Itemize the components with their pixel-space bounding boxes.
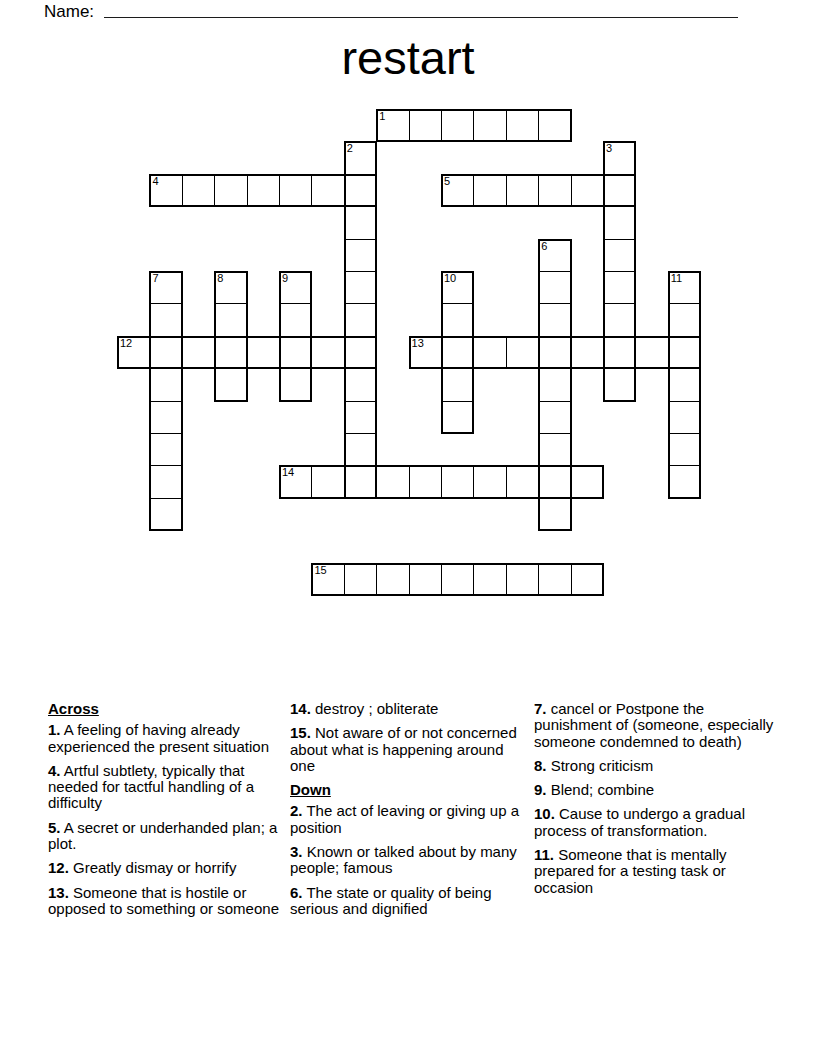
grid-cell-r7c17[interactable] — [668, 336, 701, 369]
clue-down-6: 6. The state or quality of being serious… — [290, 885, 522, 918]
grid-cell-r8c3[interactable] — [214, 368, 247, 401]
grid-cell-r7c6[interactable] — [311, 336, 344, 369]
clue-across-5: 5. A secret or underhanded plan; a plot. — [48, 820, 280, 853]
grid-cell-r5c17[interactable] — [668, 271, 701, 304]
grid-cell-r14c6[interactable] — [311, 563, 344, 596]
grid-cell-r14c7[interactable] — [344, 563, 377, 596]
grid-cell-r5c13[interactable] — [538, 271, 571, 304]
clue-across-12: 12. Greatly dismay or horrify — [48, 860, 280, 876]
clue-column-3: 7. cancel or Postpone the punishment of … — [534, 701, 774, 904]
grid-cell-r7c3[interactable] — [214, 336, 247, 369]
grid-cell-r7c14[interactable] — [571, 336, 604, 369]
clue-down-11: 11. Someone that is mentally prepared fo… — [534, 847, 774, 896]
grid-cell-r14c13[interactable] — [538, 563, 571, 596]
grid-cell-r8c10[interactable] — [441, 368, 474, 401]
grid-cell-r10c1[interactable] — [149, 433, 182, 466]
grid-cell-r0c10[interactable] — [441, 109, 474, 142]
clue-number-8: 8. — [534, 757, 547, 774]
grid-cell-r14c14[interactable] — [571, 563, 604, 596]
grid-cell-r7c5[interactable] — [279, 336, 312, 369]
clues-heading-down: Down — [290, 782, 522, 798]
grid-cell-r8c1[interactable] — [149, 368, 182, 401]
clue-down-2: 2. The act of leaving or giving up a pos… — [290, 803, 522, 836]
grid-cell-r2c12[interactable] — [506, 174, 539, 207]
grid-cell-r7c10[interactable] — [441, 336, 474, 369]
grid-cell-r6c15[interactable] — [603, 303, 636, 336]
grid-cell-r2c2[interactable] — [182, 174, 215, 207]
grid-cell-r6c10[interactable] — [441, 303, 474, 336]
grid-cell-r5c15[interactable] — [603, 271, 636, 304]
grid-cell-r5c5[interactable] — [279, 271, 312, 304]
name-blank-line[interactable] — [104, 17, 738, 18]
grid-cell-r0c11[interactable] — [473, 109, 506, 142]
grid-cell-r0c8[interactable] — [376, 109, 409, 142]
grid-cell-r8c15[interactable] — [603, 368, 636, 401]
clue-down-10: 10. Cause to undergo a gradual process o… — [534, 806, 774, 839]
grid-cell-r4c15[interactable] — [603, 239, 636, 272]
grid-cell-r11c10[interactable] — [441, 465, 474, 498]
grid-cell-r5c3[interactable] — [214, 271, 247, 304]
grid-cell-r11c11[interactable] — [473, 465, 506, 498]
clue-number-11: 11. — [534, 846, 554, 863]
grid-cell-r11c6[interactable] — [311, 465, 344, 498]
grid-cell-r2c15[interactable] — [603, 174, 636, 207]
grid-cell-r2c10[interactable] — [441, 174, 474, 207]
grid-cell-r12c1[interactable] — [149, 498, 182, 531]
clues-heading-across: Across — [48, 701, 280, 717]
grid-cell-r11c13[interactable] — [538, 465, 571, 498]
clue-number-10: 10. — [534, 805, 555, 822]
clue-across-1: 1. A feeling of having already experienc… — [48, 722, 280, 755]
grid-cell-r8c17[interactable] — [668, 368, 701, 401]
grid-cell-r6c5[interactable] — [279, 303, 312, 336]
grid-cell-r2c6[interactable] — [311, 174, 344, 207]
grid-cell-r11c9[interactable] — [409, 465, 442, 498]
grid-cell-r14c8[interactable] — [376, 563, 409, 596]
clue-number-15: 15. — [290, 724, 311, 741]
grid-cell-r10c17[interactable] — [668, 433, 701, 466]
grid-cell-r10c13[interactable] — [538, 433, 571, 466]
grid-cell-r9c10[interactable] — [441, 401, 474, 434]
grid-cell-r6c1[interactable] — [149, 303, 182, 336]
grid-cell-r1c7[interactable] — [344, 141, 377, 174]
clue-number-2: 2. — [290, 802, 303, 819]
clue-number-3: 3. — [290, 843, 303, 860]
clue-across-14: 14. destroy ; obliterate — [290, 701, 522, 717]
name-label: Name: — [44, 2, 94, 22]
grid-cell-r10c7[interactable] — [344, 433, 377, 466]
grid-cell-r2c11[interactable] — [473, 174, 506, 207]
grid-cell-r7c4[interactable] — [247, 336, 280, 369]
grid-cell-r5c7[interactable] — [344, 271, 377, 304]
grid-cell-r7c1[interactable] — [149, 336, 182, 369]
clue-number-1: 1. — [48, 721, 61, 738]
grid-cell-r9c1[interactable] — [149, 401, 182, 434]
grid-cell-r7c16[interactable] — [635, 336, 668, 369]
grid-cell-r7c9[interactable] — [409, 336, 442, 369]
clue-column-1: Across1. A feeling of having already exp… — [48, 701, 280, 925]
clue-down-7: 7. cancel or Postpone the punishment of … — [534, 701, 774, 750]
grid-cell-r6c3[interactable] — [214, 303, 247, 336]
clue-number-9: 9. — [534, 781, 547, 798]
grid-cell-r0c13[interactable] — [538, 109, 571, 142]
crossword-worksheet-page: Name: restart 123456789101112131415 Acro… — [0, 0, 816, 1056]
grid-cell-r5c1[interactable] — [149, 271, 182, 304]
grid-cell-r3c7[interactable] — [344, 206, 377, 239]
grid-cell-r6c7[interactable] — [344, 303, 377, 336]
clue-across-13: 13. Someone that is hostile or opposed t… — [48, 885, 280, 918]
grid-cell-r7c12[interactable] — [506, 336, 539, 369]
grid-cell-r7c2[interactable] — [182, 336, 215, 369]
clue-number-12: 12. — [48, 859, 69, 876]
grid-cell-r11c1[interactable] — [149, 465, 182, 498]
grid-cell-r14c12[interactable] — [506, 563, 539, 596]
grid-cell-r2c3[interactable] — [214, 174, 247, 207]
clue-number-4: 4. — [48, 762, 61, 779]
grid-cell-r5c10[interactable] — [441, 271, 474, 304]
grid-cell-r0c9[interactable] — [409, 109, 442, 142]
grid-cell-r2c13[interactable] — [538, 174, 571, 207]
grid-cell-r7c7[interactable] — [344, 336, 377, 369]
clue-down-9: 9. Blend; combine — [534, 782, 774, 798]
clue-down-8: 8. Strong criticism — [534, 758, 774, 774]
grid-cell-r6c13[interactable] — [538, 303, 571, 336]
clue-number-14: 14. — [290, 700, 311, 717]
grid-cell-r2c5[interactable] — [279, 174, 312, 207]
clue-down-3: 3. Known or talked about by many people;… — [290, 844, 522, 877]
grid-cell-r11c5[interactable] — [279, 465, 312, 498]
grid-cell-r1c15[interactable] — [603, 141, 636, 174]
grid-cell-r11c8[interactable] — [376, 465, 409, 498]
puzzle-title: restart — [0, 30, 816, 85]
grid-cell-r2c1[interactable] — [149, 174, 182, 207]
grid-cell-r14c9[interactable] — [409, 563, 442, 596]
grid-cell-r7c11[interactable] — [473, 336, 506, 369]
clue-number-13: 13. — [48, 884, 69, 901]
grid-cell-r8c7[interactable] — [344, 368, 377, 401]
grid-cell-r7c15[interactable] — [603, 336, 636, 369]
clue-number-5: 5. — [48, 819, 61, 836]
clue-across-4: 4. Artful subtlety, typically that neede… — [48, 763, 280, 812]
grid-cell-r4c7[interactable] — [344, 239, 377, 272]
grid-cell-r9c17[interactable] — [668, 401, 701, 434]
grid-cell-r14c10[interactable] — [441, 563, 474, 596]
grid-cell-r7c13[interactable] — [538, 336, 571, 369]
clue-column-2: 14. destroy ; obliterate15. Not aware of… — [290, 701, 522, 925]
grid-cell-r0c12[interactable] — [506, 109, 539, 142]
grid-cell-r12c13[interactable] — [538, 498, 571, 531]
grid-cell-r9c13[interactable] — [538, 401, 571, 434]
grid-cell-r2c14[interactable] — [571, 174, 604, 207]
grid-cell-r3c15[interactable] — [603, 206, 636, 239]
grid-cell-r11c14[interactable] — [571, 465, 604, 498]
grid-cell-r2c4[interactable] — [247, 174, 280, 207]
grid-cell-r11c17[interactable] — [668, 465, 701, 498]
grid-cell-r11c12[interactable] — [506, 465, 539, 498]
grid-cell-r7c0[interactable] — [117, 336, 150, 369]
grid-cell-r8c13[interactable] — [538, 368, 571, 401]
clue-across-15: 15. Not aware of or not concerned about … — [290, 725, 522, 774]
clue-number-7: 7. — [534, 700, 547, 717]
clue-number-6: 6. — [290, 884, 303, 901]
grid-cell-r11c7[interactable] — [344, 465, 377, 498]
grid-cell-r9c7[interactable] — [344, 401, 377, 434]
grid-cell-r14c11[interactable] — [473, 563, 506, 596]
grid-cell-r8c5[interactable] — [279, 368, 312, 401]
grid-cell-r2c7[interactable] — [344, 174, 377, 207]
grid-cell-r6c17[interactable] — [668, 303, 701, 336]
grid-cell-r4c13[interactable] — [538, 239, 571, 272]
crossword-grid: 123456789101112131415 — [117, 109, 702, 597]
